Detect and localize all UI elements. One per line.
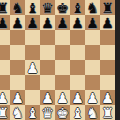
app-background: ♜♞♝♛♚♝♞♜♟♟♟♟♟♟♟♟♟♟♟♟♟♟♟♟♜♞♝♛♚♝♞♜ [0, 0, 120, 120]
square-c4[interactable]: ♟ [25, 60, 40, 75]
square-h5[interactable] [100, 45, 115, 60]
piece-white-knight[interactable]: ♞ [10, 105, 25, 120]
square-e3[interactable] [55, 75, 70, 90]
square-b1[interactable]: ♞ [10, 105, 25, 120]
piece-black-rook[interactable]: ♜ [0, 0, 10, 15]
square-e2[interactable]: ♟ [55, 90, 70, 105]
square-e8[interactable]: ♚ [55, 0, 70, 15]
square-d5[interactable] [40, 45, 55, 60]
piece-black-rook[interactable]: ♜ [100, 0, 115, 15]
piece-black-queen[interactable]: ♛ [40, 0, 55, 15]
piece-black-pawn[interactable]: ♟ [25, 15, 40, 30]
square-a3[interactable] [0, 75, 10, 90]
piece-white-bishop[interactable]: ♝ [70, 105, 85, 120]
piece-black-pawn[interactable]: ♟ [0, 15, 10, 30]
square-h6[interactable] [100, 30, 115, 45]
square-h4[interactable] [100, 60, 115, 75]
square-e7[interactable]: ♟ [55, 15, 70, 30]
piece-white-pawn[interactable]: ♟ [0, 90, 10, 105]
square-b2[interactable]: ♟ [10, 90, 25, 105]
piece-white-pawn[interactable]: ♟ [25, 60, 40, 75]
square-d7[interactable]: ♟ [40, 15, 55, 30]
piece-white-pawn[interactable]: ♟ [85, 90, 100, 105]
square-a6[interactable] [0, 30, 10, 45]
square-f6[interactable] [70, 30, 85, 45]
square-e5[interactable] [55, 45, 70, 60]
square-g8[interactable]: ♞ [85, 0, 100, 15]
square-c8[interactable]: ♝ [25, 0, 40, 15]
piece-black-bishop[interactable]: ♝ [25, 0, 40, 15]
square-a4[interactable] [0, 60, 10, 75]
square-c5[interactable] [25, 45, 40, 60]
square-e6[interactable] [55, 30, 70, 45]
piece-white-king[interactable]: ♚ [55, 105, 70, 120]
square-g4[interactable] [85, 60, 100, 75]
square-b4[interactable] [10, 60, 25, 75]
square-h7[interactable]: ♟ [100, 15, 115, 30]
piece-black-pawn[interactable]: ♟ [55, 15, 70, 30]
square-d4[interactable] [40, 60, 55, 75]
square-d1[interactable]: ♛ [40, 105, 55, 120]
square-b3[interactable] [10, 75, 25, 90]
piece-black-pawn[interactable]: ♟ [10, 15, 25, 30]
square-g1[interactable]: ♞ [85, 105, 100, 120]
piece-white-pawn[interactable]: ♟ [40, 90, 55, 105]
square-g5[interactable] [85, 45, 100, 60]
piece-white-pawn[interactable]: ♟ [10, 90, 25, 105]
piece-black-king[interactable]: ♚ [55, 0, 70, 15]
square-d8[interactable]: ♛ [40, 0, 55, 15]
square-f8[interactable]: ♝ [70, 0, 85, 15]
piece-white-knight[interactable]: ♞ [85, 105, 100, 120]
square-g6[interactable] [85, 30, 100, 45]
square-g2[interactable]: ♟ [85, 90, 100, 105]
piece-white-bishop[interactable]: ♝ [25, 105, 40, 120]
square-d6[interactable] [40, 30, 55, 45]
square-b6[interactable] [10, 30, 25, 45]
piece-white-rook[interactable]: ♜ [0, 105, 10, 120]
square-e1[interactable]: ♚ [55, 105, 70, 120]
square-h3[interactable] [100, 75, 115, 90]
square-a5[interactable] [0, 45, 10, 60]
piece-black-pawn[interactable]: ♟ [70, 15, 85, 30]
piece-black-knight[interactable]: ♞ [10, 0, 25, 15]
square-f4[interactable] [70, 60, 85, 75]
square-c1[interactable]: ♝ [25, 105, 40, 120]
square-h2[interactable]: ♟ [100, 90, 115, 105]
square-f2[interactable]: ♟ [70, 90, 85, 105]
square-b8[interactable]: ♞ [10, 0, 25, 15]
square-f7[interactable]: ♟ [70, 15, 85, 30]
piece-white-pawn[interactable]: ♟ [70, 90, 85, 105]
square-a8[interactable]: ♜ [0, 0, 10, 15]
piece-white-pawn[interactable]: ♟ [55, 90, 70, 105]
square-c3[interactable] [25, 75, 40, 90]
square-c6[interactable] [25, 30, 40, 45]
square-a1[interactable]: ♜ [0, 105, 10, 120]
square-a7[interactable]: ♟ [0, 15, 10, 30]
square-d2[interactable]: ♟ [40, 90, 55, 105]
piece-white-queen[interactable]: ♛ [40, 105, 55, 120]
piece-black-pawn[interactable]: ♟ [85, 15, 100, 30]
square-h1[interactable]: ♜ [100, 105, 115, 120]
square-f5[interactable] [70, 45, 85, 60]
square-b7[interactable]: ♟ [10, 15, 25, 30]
piece-white-rook[interactable]: ♜ [100, 105, 115, 120]
piece-black-pawn[interactable]: ♟ [40, 15, 55, 30]
piece-black-bishop[interactable]: ♝ [70, 0, 85, 15]
square-a2[interactable]: ♟ [0, 90, 10, 105]
square-c2[interactable] [25, 90, 40, 105]
square-e4[interactable] [55, 60, 70, 75]
piece-black-knight[interactable]: ♞ [85, 0, 100, 15]
square-c7[interactable]: ♟ [25, 15, 40, 30]
square-b5[interactable] [10, 45, 25, 60]
square-h8[interactable]: ♜ [100, 0, 115, 15]
square-f3[interactable] [70, 75, 85, 90]
square-g7[interactable]: ♟ [85, 15, 100, 30]
square-f1[interactable]: ♝ [70, 105, 85, 120]
square-d3[interactable] [40, 75, 55, 90]
square-g3[interactable] [85, 75, 100, 90]
chess-board: ♜♞♝♛♚♝♞♜♟♟♟♟♟♟♟♟♟♟♟♟♟♟♟♟♜♞♝♛♚♝♞♜ [0, 0, 115, 120]
piece-black-pawn[interactable]: ♟ [100, 15, 115, 30]
piece-white-pawn[interactable]: ♟ [100, 90, 115, 105]
